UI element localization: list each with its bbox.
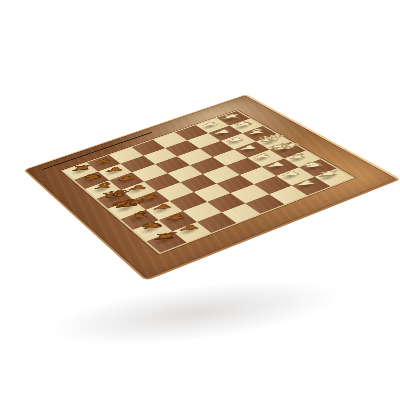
chess-box: ♜♟♟♜♞♟♟♞♝♟♟♝♛♟♟♛♚♟♟♚♝♟♟♝♞♟♟♞♜♟♟♜ [23, 95, 393, 278]
drop-shadow [25, 262, 364, 364]
pieces-layer: ♜♟♟♜♞♟♟♞♝♟♟♝♛♟♟♛♚♟♟♚♝♟♟♝♞♟♟♞♜♟♟♜ [63, 111, 352, 253]
box-top: ♜♟♟♜♞♟♟♞♝♟♟♝♛♟♟♛♚♟♟♚♝♟♟♝♞♟♟♞♜♟♟♜ [23, 94, 400, 281]
product-photo: ♜♟♟♜♞♟♟♞♝♟♟♝♛♟♟♛♚♟♟♚♝♟♟♝♞♟♟♞♜♟♟♜ [0, 0, 400, 400]
